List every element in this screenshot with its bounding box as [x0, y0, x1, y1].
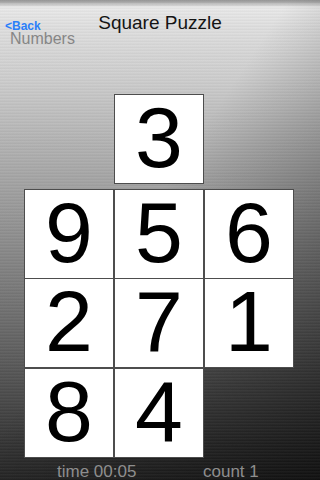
tile-3-digit: 3: [135, 94, 183, 180]
tile-6[interactable]: 6: [204, 189, 294, 279]
tile-1[interactable]: 1: [204, 278, 294, 368]
move-count-label: count 1: [203, 462, 259, 480]
tile-2[interactable]: 2: [24, 278, 114, 368]
tile-4[interactable]: 4: [114, 368, 204, 458]
tile-8-digit: 8: [45, 368, 93, 454]
tile-7-digit: 7: [135, 278, 183, 364]
tile-6-digit: 6: [225, 189, 273, 275]
screen: <Back Square Puzzle Numbers 3 9 5 6 2 7 …: [0, 0, 320, 480]
tile-7[interactable]: 7: [114, 278, 204, 368]
tile-4-digit: 4: [135, 368, 183, 454]
tile-5[interactable]: 5: [114, 189, 204, 279]
tile-3[interactable]: 3: [114, 94, 204, 184]
tile-9-digit: 9: [45, 189, 93, 275]
time-label: time 00:05: [57, 462, 136, 480]
board: 3 9 5 6 2 7 1 8 4: [0, 0, 320, 480]
tile-2-digit: 2: [45, 278, 93, 364]
tile-1-digit: 1: [225, 278, 273, 364]
tile-5-digit: 5: [135, 189, 183, 275]
tile-8[interactable]: 8: [24, 368, 114, 458]
tile-9[interactable]: 9: [24, 189, 114, 279]
